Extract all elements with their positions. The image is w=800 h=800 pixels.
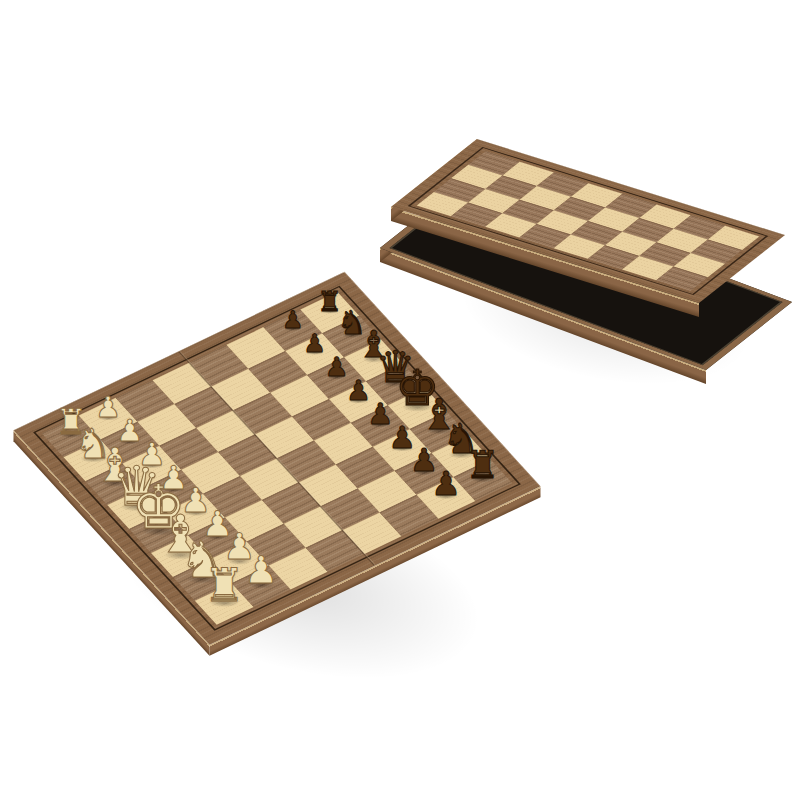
chess-set-product-photo: ♜♟♟♜♞♟♟♞♝♟♟♝♛♟♟♛♚♟♟♚♝♟♟♝♞♟♟♞♜♟♟♜ xyxy=(0,0,800,800)
